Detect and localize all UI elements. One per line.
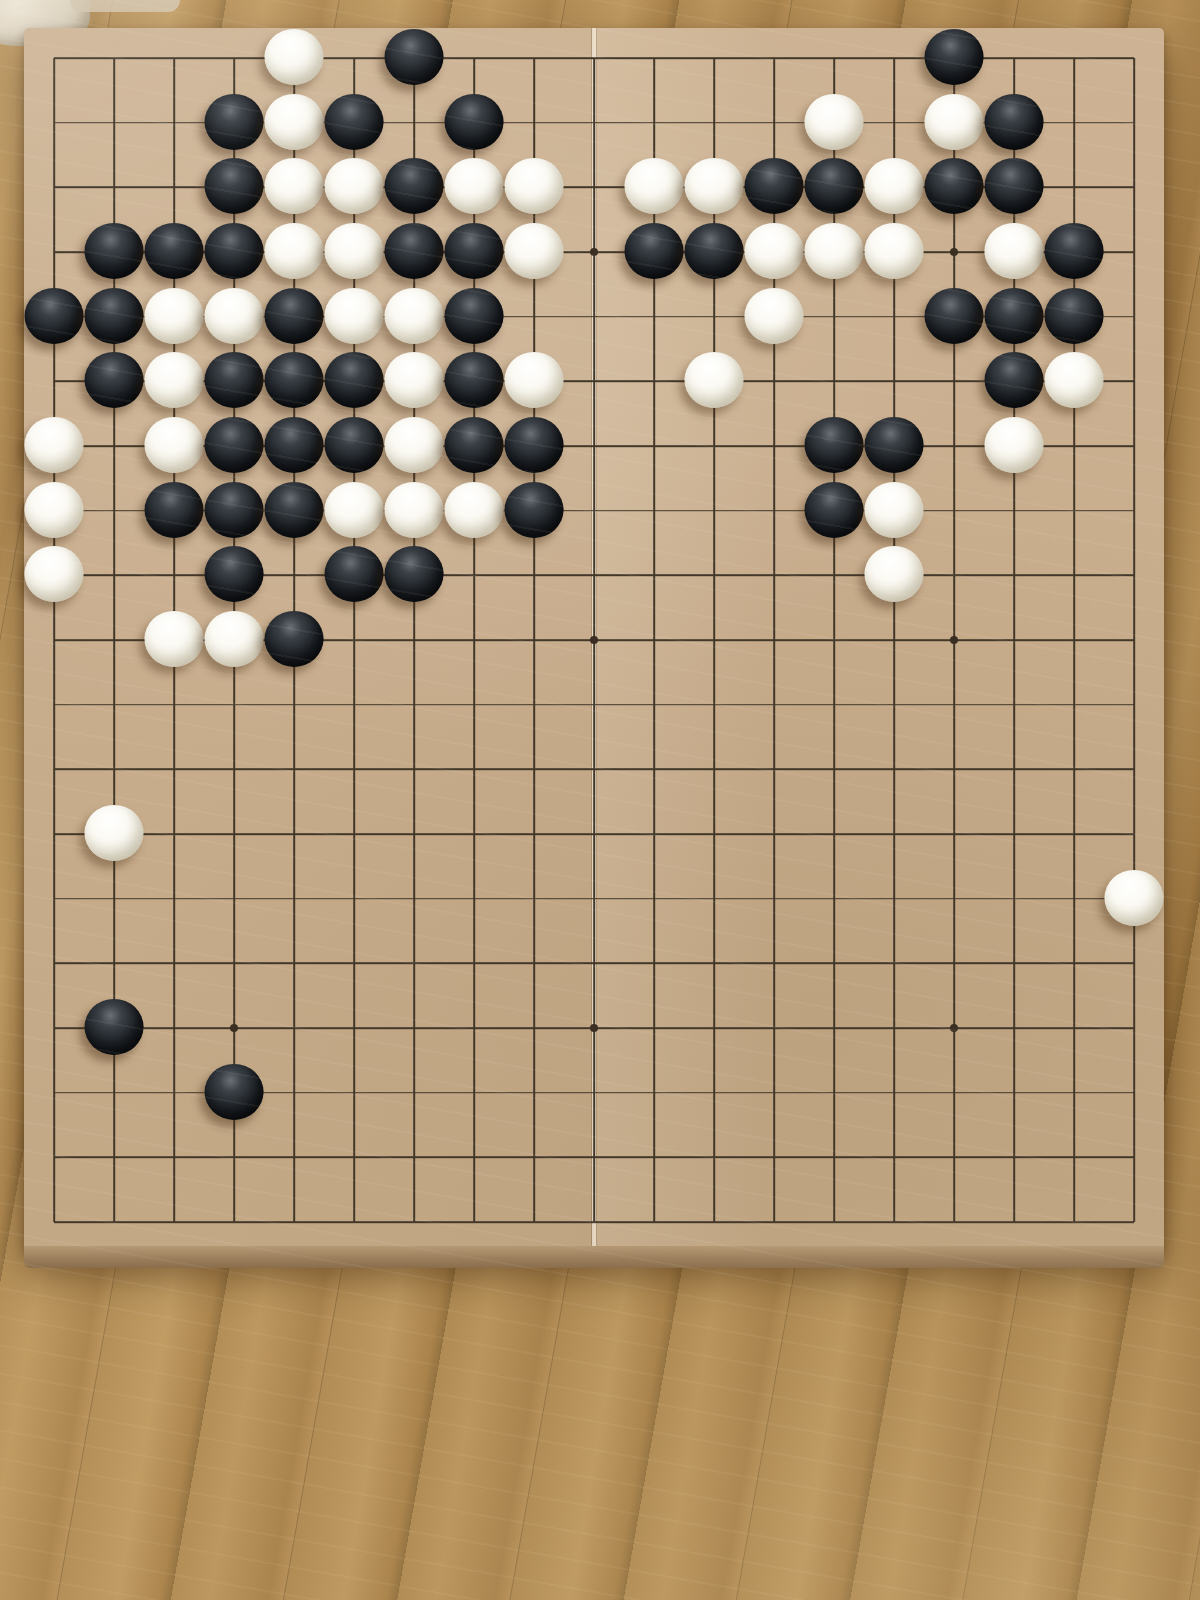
white-stone[interactable] (325, 223, 384, 279)
white-stone[interactable] (805, 94, 864, 150)
white-stone[interactable] (625, 158, 684, 214)
black-stone[interactable] (25, 288, 84, 344)
black-stone[interactable] (445, 94, 504, 150)
black-stone[interactable] (385, 29, 444, 85)
white-stone[interactable] (925, 94, 984, 150)
black-stone[interactable] (145, 482, 204, 538)
white-stone[interactable] (25, 417, 84, 473)
white-stone[interactable] (145, 417, 204, 473)
white-stone[interactable] (505, 158, 564, 214)
white-stone[interactable] (985, 223, 1044, 279)
black-stone[interactable] (385, 546, 444, 602)
black-stone[interactable] (265, 611, 324, 667)
black-stone[interactable] (925, 29, 984, 85)
black-stone[interactable] (625, 223, 684, 279)
white-stone[interactable] (385, 288, 444, 344)
white-stone[interactable] (985, 417, 1044, 473)
black-stone[interactable] (1045, 288, 1104, 344)
white-stone[interactable] (205, 611, 264, 667)
white-stone[interactable] (265, 158, 324, 214)
star-point (230, 1024, 238, 1032)
black-stone[interactable] (265, 352, 324, 408)
white-stone[interactable] (385, 352, 444, 408)
black-stone[interactable] (205, 223, 264, 279)
star-point (950, 1024, 958, 1032)
black-stone[interactable] (205, 94, 264, 150)
grid-line-horizontal (54, 963, 1134, 965)
white-stone[interactable] (865, 482, 924, 538)
grid-line-horizontal (54, 704, 1134, 706)
black-stone[interactable] (805, 417, 864, 473)
black-stone[interactable] (925, 158, 984, 214)
black-stone[interactable] (325, 352, 384, 408)
white-stone[interactable] (385, 417, 444, 473)
star-point (590, 1024, 598, 1032)
black-stone[interactable] (1045, 223, 1104, 279)
black-stone[interactable] (205, 417, 264, 473)
white-stone[interactable] (85, 805, 144, 861)
board-side-edge (24, 1246, 1164, 1268)
black-stone[interactable] (85, 999, 144, 1055)
black-stone[interactable] (325, 417, 384, 473)
black-stone[interactable] (805, 158, 864, 214)
black-stone[interactable] (205, 482, 264, 538)
grid-line-horizontal (54, 1157, 1134, 1159)
black-stone[interactable] (385, 158, 444, 214)
white-stone[interactable] (265, 223, 324, 279)
white-stone[interactable] (745, 223, 804, 279)
black-stone[interactable] (505, 482, 564, 538)
black-stone[interactable] (325, 546, 384, 602)
white-stone[interactable] (325, 288, 384, 344)
white-stone[interactable] (145, 288, 204, 344)
black-stone[interactable] (145, 223, 204, 279)
black-stone[interactable] (265, 288, 324, 344)
black-stone[interactable] (85, 352, 144, 408)
white-stone[interactable] (745, 288, 804, 344)
black-stone[interactable] (985, 94, 1044, 150)
white-stone[interactable] (865, 546, 924, 602)
white-stone[interactable] (265, 94, 324, 150)
black-stone[interactable] (325, 94, 384, 150)
black-stone[interactable] (445, 352, 504, 408)
photo-scene (0, 0, 1200, 1600)
white-stone[interactable] (205, 288, 264, 344)
black-stone[interactable] (205, 352, 264, 408)
black-stone[interactable] (205, 158, 264, 214)
black-stone[interactable] (445, 288, 504, 344)
grid-line-horizontal (54, 833, 1134, 835)
black-stone[interactable] (85, 288, 144, 344)
black-stone[interactable] (265, 482, 324, 538)
go-board[interactable] (24, 28, 1164, 1252)
black-stone[interactable] (205, 546, 264, 602)
star-point (590, 636, 598, 644)
black-stone[interactable] (505, 417, 564, 473)
white-stone[interactable] (865, 223, 924, 279)
black-stone[interactable] (985, 288, 1044, 344)
white-stone[interactable] (25, 482, 84, 538)
star-point (590, 248, 598, 256)
star-point (950, 636, 958, 644)
white-stone[interactable] (865, 158, 924, 214)
black-stone[interactable] (685, 223, 744, 279)
black-stone[interactable] (265, 417, 324, 473)
white-stone[interactable] (325, 482, 384, 538)
white-stone[interactable] (1045, 352, 1104, 408)
white-stone[interactable] (385, 482, 444, 538)
white-stone[interactable] (265, 29, 324, 85)
grid-line-vertical (1133, 58, 1135, 1222)
black-stone[interactable] (925, 288, 984, 344)
white-stone[interactable] (445, 158, 504, 214)
white-stone[interactable] (25, 546, 84, 602)
black-stone[interactable] (445, 417, 504, 473)
grid-line-horizontal (54, 769, 1134, 771)
white-stone[interactable] (445, 482, 504, 538)
white-stone[interactable] (805, 223, 864, 279)
carpet-fringe (70, 0, 180, 12)
grid-line-horizontal (54, 898, 1134, 900)
black-stone[interactable] (985, 352, 1044, 408)
white-stone[interactable] (505, 352, 564, 408)
black-stone[interactable] (985, 158, 1044, 214)
black-stone[interactable] (805, 482, 864, 538)
board-grid[interactable] (54, 58, 1134, 1222)
white-stone[interactable] (505, 223, 564, 279)
black-stone[interactable] (865, 417, 924, 473)
grid-line-horizontal (54, 1221, 1134, 1223)
black-stone[interactable] (745, 158, 804, 214)
white-stone[interactable] (685, 352, 744, 408)
black-stone[interactable] (85, 223, 144, 279)
white-stone[interactable] (325, 158, 384, 214)
black-stone[interactable] (205, 1064, 264, 1120)
white-stone[interactable] (1105, 870, 1164, 926)
white-stone[interactable] (145, 352, 204, 408)
white-stone[interactable] (685, 158, 744, 214)
black-stone[interactable] (445, 223, 504, 279)
white-stone[interactable] (145, 611, 204, 667)
black-stone[interactable] (385, 223, 444, 279)
star-point (950, 248, 958, 256)
